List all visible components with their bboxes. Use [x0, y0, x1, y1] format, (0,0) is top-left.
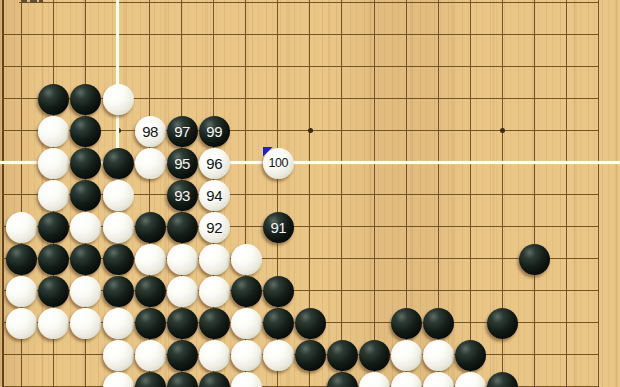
stone-black [199, 372, 230, 387]
stone-black [103, 244, 134, 275]
star-point [308, 128, 313, 133]
stone-black: 91 [263, 212, 294, 243]
stone-black [135, 372, 166, 387]
stone-white [199, 340, 230, 371]
stone-black [38, 212, 69, 243]
stone-black [455, 340, 486, 371]
stone-black [38, 276, 69, 307]
stone-white [199, 276, 230, 307]
stone-black [327, 340, 358, 371]
stone-white [391, 372, 422, 387]
grid-line-h [2, 34, 599, 35]
grid-line-v [566, 0, 567, 387]
stone-white [70, 276, 101, 307]
move-number-label: 92 [206, 220, 222, 235]
stone-white [38, 180, 69, 211]
stone-black [135, 212, 166, 243]
stone-white [103, 340, 134, 371]
grid-line-v [470, 0, 471, 387]
stone-black [167, 372, 198, 387]
grid-line-v [534, 0, 535, 387]
stone-black [487, 372, 518, 387]
stone-white [231, 372, 262, 387]
move-number-label: 97 [174, 124, 190, 139]
stone-black [70, 244, 101, 275]
stone-white [6, 212, 37, 243]
stone-black [70, 116, 101, 147]
grid-line-v [598, 0, 599, 387]
move-number-label: 99 [206, 124, 222, 139]
stone-white [70, 212, 101, 243]
stone-white [135, 244, 166, 275]
grid-line-v [341, 0, 342, 387]
stone-black: 97 [167, 116, 198, 147]
stone-white [167, 276, 198, 307]
grid-line-h [2, 66, 599, 67]
stone-black [103, 276, 134, 307]
stone-black: 99 [199, 116, 230, 147]
stone-black [135, 308, 166, 339]
stone-black [167, 340, 198, 371]
stone-white [103, 212, 134, 243]
stone-white [231, 308, 262, 339]
stone-white [103, 308, 134, 339]
move-number-label: 91 [270, 220, 286, 235]
stone-white [423, 372, 454, 387]
stone-black [135, 276, 166, 307]
stone-white [103, 372, 134, 387]
move-number-label: 94 [206, 188, 222, 203]
stone-white: 100 [263, 148, 294, 179]
stone-white: 94 [199, 180, 230, 211]
stone-black [70, 180, 101, 211]
stone-black [263, 276, 294, 307]
stone-black [519, 244, 550, 275]
stone-white [38, 148, 69, 179]
stone-white [231, 340, 262, 371]
move-number-label: 100 [269, 157, 288, 170]
stone-black [423, 308, 454, 339]
stone-black [70, 84, 101, 115]
stone-white [38, 308, 69, 339]
stone-white [455, 372, 486, 387]
stone-black [231, 276, 262, 307]
stone-white [38, 116, 69, 147]
stone-white [199, 244, 230, 275]
stone-black [167, 308, 198, 339]
stone-white: 98 [135, 116, 166, 147]
stone-black [263, 308, 294, 339]
stone-black [38, 84, 69, 115]
stone-white [391, 340, 422, 371]
move-number-label: 95 [174, 156, 190, 171]
move-number-label: 93 [174, 188, 190, 203]
go-board[interactable]: 989799959610093949291 [0, 0, 620, 387]
stone-white [135, 148, 166, 179]
grid-line-v [374, 0, 375, 387]
stone-black: 95 [167, 148, 198, 179]
stone-white [6, 308, 37, 339]
stone-white [6, 276, 37, 307]
move-number-label: 96 [206, 156, 222, 171]
stone-white: 96 [199, 148, 230, 179]
stone-white [263, 340, 294, 371]
stone-white [231, 244, 262, 275]
stone-black [295, 340, 326, 371]
stone-white [423, 340, 454, 371]
stone-black [70, 148, 101, 179]
stone-black [103, 148, 134, 179]
stone-black [167, 212, 198, 243]
stone-white [103, 84, 134, 115]
stone-black [359, 340, 390, 371]
stone-black: 93 [167, 180, 198, 211]
stone-black [199, 308, 230, 339]
stone-black [6, 244, 37, 275]
stone-white [167, 244, 198, 275]
stone-black [295, 308, 326, 339]
stone-black [487, 308, 518, 339]
stone-black [391, 308, 422, 339]
star-point [500, 128, 505, 133]
stone-white [135, 340, 166, 371]
stone-white [359, 372, 390, 387]
stone-white [70, 308, 101, 339]
stone-black [38, 244, 69, 275]
stone-white [103, 180, 134, 211]
stone-white: 92 [199, 212, 230, 243]
stone-black [327, 372, 358, 387]
move-number-label: 98 [142, 124, 158, 139]
